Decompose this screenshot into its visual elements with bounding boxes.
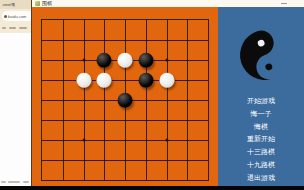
- bottom-bar: [0, 186, 304, 190]
- grid-line-v: [187, 20, 188, 180]
- menu-item-exit-game[interactable]: 退出游戏: [218, 172, 304, 185]
- game-content: 开始游戏悔一子悔棋重新开始十三路棋十九路棋退出游戏: [32, 7, 304, 186]
- stone-white: [76, 73, 91, 88]
- stone-black: [118, 93, 133, 108]
- star-point: [165, 139, 168, 142]
- bookmark-item[interactable]: [2, 27, 6, 29]
- bookmark-item[interactable]: [19, 27, 27, 29]
- address-text: baidu.com: [8, 14, 26, 19]
- screen: -next项 baidu.com 围棋: [0, 0, 304, 190]
- browser-page: [0, 33, 31, 186]
- grid-line-v: [146, 20, 147, 180]
- status-text: [23, 181, 29, 183]
- yin-yang-icon: [232, 22, 298, 88]
- menu-item-board-13[interactable]: 十三路棋: [218, 146, 304, 159]
- sidebar-menu: 开始游戏悔一子悔棋重新开始十三路棋十九路棋退出游戏: [218, 95, 304, 185]
- sidebar: 开始游戏悔一子悔棋重新开始十三路棋十九路棋退出游戏: [218, 7, 304, 186]
- stone-white: [97, 73, 112, 88]
- star-point: [82, 59, 85, 62]
- browser-tab-label: -next项: [2, 2, 15, 7]
- stone-black: [97, 53, 112, 68]
- app-icon: [35, 1, 40, 6]
- grid-line-h: [42, 140, 208, 141]
- menu-item-restart[interactable]: 重新开始: [218, 133, 304, 146]
- status-text: [1, 181, 6, 183]
- board-area: [32, 7, 218, 186]
- star-point: [82, 139, 85, 142]
- stone-black: [138, 73, 153, 88]
- game-window: 围棋 开始游戏悔一子悔棋重新开始十三路棋十九路棋退出游戏: [31, 0, 304, 186]
- star-point: [165, 59, 168, 62]
- browser-window: -next项 baidu.com: [0, 0, 31, 186]
- menu-item-undo-move[interactable]: 悔棋: [218, 121, 304, 134]
- browser-toolbar: baidu.com: [0, 9, 31, 23]
- browser-tab[interactable]: -next项: [0, 0, 31, 9]
- go-board[interactable]: [41, 19, 209, 181]
- bookmarks-bar: [0, 23, 31, 33]
- grid-line-h: [42, 160, 208, 161]
- favicon-icon: [4, 15, 7, 18]
- bookmark-item[interactable]: [9, 27, 16, 29]
- grid-line-h: [42, 120, 208, 121]
- menu-item-board-19[interactable]: 十九路棋: [218, 159, 304, 172]
- minimize-icon[interactable]: [281, 3, 287, 4]
- stone-black: [138, 53, 153, 68]
- title-bar[interactable]: 围棋: [32, 0, 304, 7]
- status-text: [8, 181, 20, 183]
- menu-item-start-game[interactable]: 开始游戏: [218, 95, 304, 108]
- grid-line-v: [167, 20, 168, 180]
- menu-item-undo-one-stone[interactable]: 悔一子: [218, 108, 304, 121]
- stone-white: [118, 53, 133, 68]
- window-title: 围棋: [42, 0, 52, 7]
- address-bar[interactable]: baidu.com: [2, 11, 34, 21]
- stone-white: [159, 73, 174, 88]
